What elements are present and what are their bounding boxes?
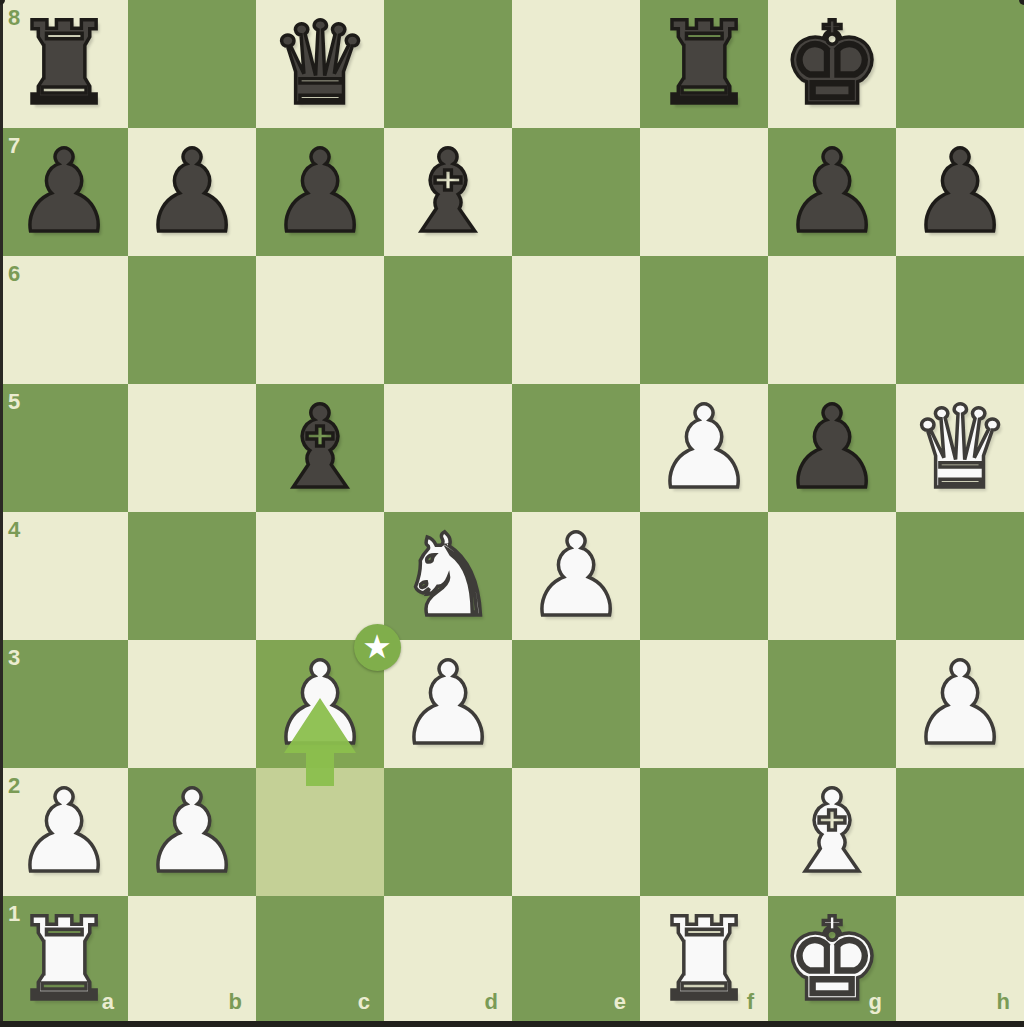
white-pawn[interactable]: ♟ <box>128 768 256 896</box>
best-move-badge: ★ <box>354 624 401 671</box>
square-d2[interactable] <box>384 768 512 896</box>
square-e3[interactable] <box>512 640 640 768</box>
square-d8[interactable] <box>384 0 512 128</box>
square-h3[interactable]: ♟ <box>896 640 1024 768</box>
file-label-h: h <box>997 989 1010 1015</box>
white-queen[interactable]: ♛ <box>896 384 1024 512</box>
black-queen[interactable]: ♛ <box>256 0 384 128</box>
square-d6[interactable] <box>384 256 512 384</box>
square-f2[interactable] <box>640 768 768 896</box>
square-f1[interactable]: f♜ <box>640 896 768 1024</box>
rank-label-4: 4 <box>8 517 20 543</box>
white-pawn[interactable]: ♟ <box>384 640 512 768</box>
square-d7[interactable]: ♝ <box>384 128 512 256</box>
square-e8[interactable] <box>512 0 640 128</box>
file-label-a: a <box>102 989 114 1015</box>
square-d3[interactable]: ♟ <box>384 640 512 768</box>
square-a8[interactable]: 8♜ <box>0 0 128 128</box>
rank-label-7: 7 <box>8 133 20 159</box>
square-g8[interactable]: ♚ <box>768 0 896 128</box>
square-b7[interactable]: ♟ <box>128 128 256 256</box>
file-label-c: c <box>358 989 370 1015</box>
square-b6[interactable] <box>128 256 256 384</box>
square-h6[interactable] <box>896 256 1024 384</box>
square-b5[interactable] <box>128 384 256 512</box>
square-f3[interactable] <box>640 640 768 768</box>
black-rook[interactable]: ♜ <box>640 0 768 128</box>
square-a1[interactable]: 1a♜ <box>0 896 128 1024</box>
square-g7[interactable]: ♟ <box>768 128 896 256</box>
black-pawn[interactable]: ♟ <box>768 128 896 256</box>
square-h5[interactable]: ♛ <box>896 384 1024 512</box>
square-b4[interactable] <box>128 512 256 640</box>
square-e2[interactable] <box>512 768 640 896</box>
square-c1[interactable]: c <box>256 896 384 1024</box>
square-g2[interactable]: ♝ <box>768 768 896 896</box>
square-h4[interactable] <box>896 512 1024 640</box>
black-bishop[interactable]: ♝ <box>384 128 512 256</box>
square-b1[interactable]: b <box>128 896 256 1024</box>
square-d5[interactable] <box>384 384 512 512</box>
black-king[interactable]: ♚ <box>768 0 896 128</box>
file-label-e: e <box>614 989 626 1015</box>
file-label-b: b <box>229 989 242 1015</box>
window-edge-bottom <box>0 1021 1024 1027</box>
rank-label-3: 3 <box>8 645 20 671</box>
black-pawn[interactable]: ♟ <box>128 128 256 256</box>
square-h8[interactable] <box>896 0 1024 128</box>
white-bishop[interactable]: ♝ <box>768 768 896 896</box>
square-b3[interactable] <box>128 640 256 768</box>
white-pawn[interactable]: ♟ <box>640 384 768 512</box>
square-b8[interactable] <box>128 0 256 128</box>
square-a4[interactable]: 4 <box>0 512 128 640</box>
white-knight[interactable]: ♞ <box>384 512 512 640</box>
square-a7[interactable]: 7♟ <box>0 128 128 256</box>
square-b2[interactable]: ♟ <box>128 768 256 896</box>
square-c7[interactable]: ♟ <box>256 128 384 256</box>
square-f5[interactable]: ♟ <box>640 384 768 512</box>
square-e1[interactable]: e <box>512 896 640 1024</box>
square-c8[interactable]: ♛ <box>256 0 384 128</box>
square-a5[interactable]: 5 <box>0 384 128 512</box>
square-g1[interactable]: g♚ <box>768 896 896 1024</box>
square-c5[interactable]: ♝ <box>256 384 384 512</box>
square-h1[interactable]: h <box>896 896 1024 1024</box>
rank-label-6: 6 <box>8 261 20 287</box>
file-label-g: g <box>869 989 882 1015</box>
rank-label-8: 8 <box>8 5 20 31</box>
black-bishop[interactable]: ♝ <box>256 384 384 512</box>
square-h2[interactable] <box>896 768 1024 896</box>
square-g6[interactable] <box>768 256 896 384</box>
square-e6[interactable] <box>512 256 640 384</box>
square-a6[interactable]: 6 <box>0 256 128 384</box>
square-f6[interactable] <box>640 256 768 384</box>
square-f4[interactable] <box>640 512 768 640</box>
square-a2[interactable]: 2♟ <box>0 768 128 896</box>
square-g4[interactable] <box>768 512 896 640</box>
square-c4[interactable] <box>256 512 384 640</box>
rank-label-1: 1 <box>8 901 20 927</box>
star-icon: ★ <box>362 630 392 663</box>
black-pawn[interactable]: ♟ <box>256 128 384 256</box>
window-edge-left <box>0 0 3 1027</box>
square-c6[interactable] <box>256 256 384 384</box>
black-pawn[interactable]: ♟ <box>896 128 1024 256</box>
square-a3[interactable]: 3 <box>0 640 128 768</box>
square-f8[interactable]: ♜ <box>640 0 768 128</box>
black-pawn[interactable]: ♟ <box>768 384 896 512</box>
square-e7[interactable] <box>512 128 640 256</box>
rank-label-5: 5 <box>8 389 20 415</box>
square-g3[interactable] <box>768 640 896 768</box>
square-g5[interactable]: ♟ <box>768 384 896 512</box>
file-label-f: f <box>747 989 754 1015</box>
square-c2[interactable] <box>256 768 384 896</box>
white-pawn[interactable]: ♟ <box>896 640 1024 768</box>
file-label-d: d <box>485 989 498 1015</box>
chess-board[interactable]: 8♜♛♜♚7♟♟♟♝♟♟65♝♟♟♛4♞♟3♟♟♟2♟♟♝1a♜bcdef♜g♚… <box>0 0 1024 1024</box>
square-h7[interactable]: ♟ <box>896 128 1024 256</box>
rank-label-2: 2 <box>8 773 20 799</box>
square-d4[interactable]: ♞ <box>384 512 512 640</box>
white-pawn[interactable]: ♟ <box>512 512 640 640</box>
square-e4[interactable]: ♟ <box>512 512 640 640</box>
square-f7[interactable] <box>640 128 768 256</box>
square-d1[interactable]: d <box>384 896 512 1024</box>
square-e5[interactable] <box>512 384 640 512</box>
